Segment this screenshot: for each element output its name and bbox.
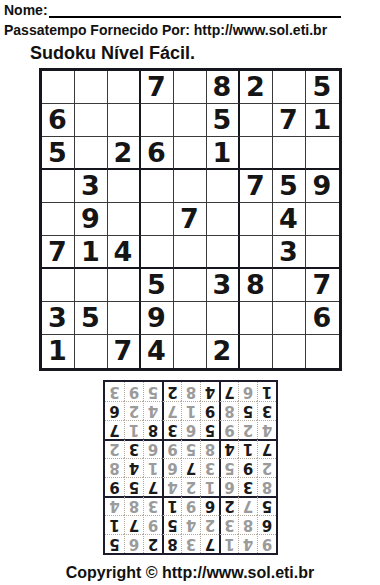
puzzle-cell-r2c5[interactable]: [174, 104, 207, 137]
solution-cell-r5c1: 2: [257, 458, 276, 477]
solution-cell-r9c1: 1: [257, 382, 276, 401]
puzzle-cell-r5c6[interactable]: [207, 203, 240, 236]
puzzle-cell-r9c7[interactable]: [240, 335, 273, 368]
solution-cell-r7c7: 8: [143, 420, 162, 439]
solution-cell-r4c7: 7: [143, 477, 162, 496]
puzzle-cell-r7c7: 8: [240, 269, 273, 302]
solution-cell-r2c1: 6: [257, 515, 276, 534]
solution-cell-r1c2: 4: [238, 534, 257, 553]
puzzle-cell-r3c1: 5: [42, 137, 75, 170]
solution-cell-r8c8: 2: [124, 401, 143, 420]
solution-cell-r1c3: 1: [219, 534, 238, 553]
name-row: Nome:: [4, 3, 341, 18]
solution-cell-r9c8: 9: [124, 382, 143, 401]
solution-cell-r8c4: 9: [200, 401, 219, 420]
solution-cell-r9c6: 2: [162, 382, 181, 401]
puzzle-cell-r2c3[interactable]: [108, 104, 141, 137]
puzzle-cell-r4c3[interactable]: [108, 170, 141, 203]
puzzle-cell-r2c1: 6: [42, 104, 75, 137]
solution-cell-r7c2: 2: [238, 420, 257, 439]
puzzle-cell-r3c5[interactable]: [174, 137, 207, 170]
puzzle-cell-r6c9[interactable]: [306, 236, 339, 269]
puzzle-cell-r1c7: 2: [240, 71, 273, 104]
solution-cell-r8c3: 8: [219, 401, 238, 420]
puzzle-cell-r5c7[interactable]: [240, 203, 273, 236]
solution-cell-r7c6: 3: [162, 420, 181, 439]
sudoku-puzzle-grid: 78256571526137599747143538735961742: [39, 68, 342, 371]
puzzle-cell-r8c2: 5: [75, 302, 108, 335]
solution-cell-r6c3: 4: [219, 439, 238, 458]
puzzle-cell-r4c9: 9: [306, 170, 339, 203]
solution-cell-r4c9: 9: [105, 477, 124, 496]
puzzle-cell-r3c2[interactable]: [75, 137, 108, 170]
solution-cell-r9c4: 4: [200, 382, 219, 401]
solution-cell-r6c6: 9: [162, 439, 181, 458]
puzzle-cell-r2c8: 7: [273, 104, 306, 137]
puzzle-cell-r5c9[interactable]: [306, 203, 339, 236]
puzzle-cell-r7c2[interactable]: [75, 269, 108, 302]
solution-cell-r3c6: 1: [162, 496, 181, 515]
puzzle-cell-r7c4: 5: [141, 269, 174, 302]
puzzle-cell-r2c2[interactable]: [75, 104, 108, 137]
solution-cell-r5c5: 7: [181, 458, 200, 477]
page-title: Sudoku Nível Fácil.: [30, 43, 376, 64]
puzzle-cell-r1c9: 5: [306, 71, 339, 104]
puzzle-cell-r9c1: 1: [42, 335, 75, 368]
puzzle-cell-r3c9[interactable]: [306, 137, 339, 170]
solution-cell-r3c7: 3: [143, 496, 162, 515]
solution-cell-r3c2: 7: [238, 496, 257, 515]
solution-cell-r4c2: 3: [238, 477, 257, 496]
solution-cell-r9c7: 5: [143, 382, 162, 401]
solution-cell-r5c4: 3: [200, 458, 219, 477]
solution-cell-r5c6: 6: [162, 458, 181, 477]
solution-cell-r1c6: 8: [162, 534, 181, 553]
puzzle-cell-r1c8[interactable]: [273, 71, 306, 104]
solution-cell-r8c1: 3: [257, 401, 276, 420]
puzzle-cell-r1c5[interactable]: [174, 71, 207, 104]
solution-cell-r5c2: 9: [238, 458, 257, 477]
puzzle-cell-r7c6: 3: [207, 269, 240, 302]
solution-cell-r6c1: 7: [257, 439, 276, 458]
puzzle-cell-r8c7[interactable]: [240, 302, 273, 335]
puzzle-cell-r1c4: 7: [141, 71, 174, 104]
solution-cell-r8c2: 5: [238, 401, 257, 420]
puzzle-cell-r8c1: 3: [42, 302, 75, 335]
puzzle-cell-r9c2[interactable]: [75, 335, 108, 368]
solution-cell-r6c9: 2: [105, 439, 124, 458]
puzzle-cell-r7c5[interactable]: [174, 269, 207, 302]
solution-cell-r7c5: 6: [181, 420, 200, 439]
puzzle-cell-r7c9: 7: [306, 269, 339, 302]
puzzle-cell-r5c4[interactable]: [141, 203, 174, 236]
solution-cell-r5c3: 5: [219, 458, 238, 477]
solution-cell-r1c5: 3: [181, 534, 200, 553]
solution-cell-r9c9: 3: [105, 382, 124, 401]
solution-cell-r5c7: 1: [143, 458, 162, 477]
puzzle-cell-r4c7: 7: [240, 170, 273, 203]
puzzle-cell-r2c7[interactable]: [240, 104, 273, 137]
solution-cell-r2c8: 7: [124, 515, 143, 534]
solution-cell-r1c7: 2: [143, 534, 162, 553]
puzzle-cell-r1c1[interactable]: [42, 71, 75, 104]
puzzle-cell-r1c2[interactable]: [75, 71, 108, 104]
solution-cell-r1c4: 7: [200, 534, 219, 553]
puzzle-cell-r9c4: 4: [141, 335, 174, 368]
puzzle-cell-r5c5: 7: [174, 203, 207, 236]
solution-cell-r2c9: 1: [105, 515, 124, 534]
puzzle-cell-r5c1[interactable]: [42, 203, 75, 236]
solution-cell-r3c3: 2: [219, 496, 238, 515]
solution-cell-r8c9: 6: [105, 401, 124, 420]
solution-cell-r2c5: 4: [181, 515, 200, 534]
puzzle-cell-r4c6[interactable]: [207, 170, 240, 203]
name-label: Nome:: [4, 3, 48, 18]
puzzle-cell-r9c8[interactable]: [273, 335, 306, 368]
solution-cell-r2c2: 8: [238, 515, 257, 534]
solution-cell-r2c6: 5: [162, 515, 181, 534]
puzzle-cell-r3c8[interactable]: [273, 137, 306, 170]
solution-cell-r8c6: 7: [162, 401, 181, 420]
solution-cell-r4c3: 6: [219, 477, 238, 496]
solution-cell-r3c9: 4: [105, 496, 124, 515]
puzzle-cell-r5c8: 4: [273, 203, 306, 236]
provider-line: Passatempo Fornecido Por: http://www.sol…: [4, 22, 376, 38]
solution-cell-r9c3: 7: [219, 382, 238, 401]
solution-cell-r7c3: 9: [219, 420, 238, 439]
puzzle-cell-r6c5[interactable]: [174, 236, 207, 269]
puzzle-cell-r7c1[interactable]: [42, 269, 75, 302]
puzzle-cell-r2c4[interactable]: [141, 104, 174, 137]
solution-cell-r1c8: 6: [124, 534, 143, 553]
puzzle-cell-r8c3[interactable]: [108, 302, 141, 335]
puzzle-cell-r2c6: 5: [207, 104, 240, 137]
solution-cell-r5c9: 8: [105, 458, 124, 477]
puzzle-cell-r6c6[interactable]: [207, 236, 240, 269]
solution-cell-r6c5: 5: [181, 439, 200, 458]
puzzle-cell-r7c3[interactable]: [108, 269, 141, 302]
puzzle-cell-r8c8[interactable]: [273, 302, 306, 335]
puzzle-cell-r3c4: 6: [141, 137, 174, 170]
solution-cell-r9c2: 6: [238, 382, 257, 401]
solution-cell-r1c1: 9: [257, 534, 276, 553]
puzzle-cell-r3c3: 2: [108, 137, 141, 170]
sudoku-solution-grid-rotated-180: 9417382656832459715726913848361247592953…: [103, 380, 278, 555]
solution-cell-r5c8: 4: [124, 458, 143, 477]
puzzle-cell-r3c7[interactable]: [240, 137, 273, 170]
puzzle-cell-r9c9[interactable]: [306, 335, 339, 368]
puzzle-cell-r8c9: 6: [306, 302, 339, 335]
solution-cell-r3c1: 5: [257, 496, 276, 515]
solution-cell-r3c4: 6: [200, 496, 219, 515]
puzzle-cell-r4c4[interactable]: [141, 170, 174, 203]
puzzle-cell-r4c8: 5: [273, 170, 306, 203]
solution-cell-r2c7: 9: [143, 515, 162, 534]
solution-cell-r6c8: 3: [124, 439, 143, 458]
solution-cell-r3c5: 9: [181, 496, 200, 515]
solution-cell-r4c8: 5: [124, 477, 143, 496]
puzzle-cell-r8c6[interactable]: [207, 302, 240, 335]
puzzle-cell-r6c3: 4: [108, 236, 141, 269]
puzzle-cell-r6c2: 1: [75, 236, 108, 269]
solution-cell-r3c8: 8: [124, 496, 143, 515]
puzzle-cell-r6c1: 7: [42, 236, 75, 269]
puzzle-cell-r8c5[interactable]: [174, 302, 207, 335]
solution-cell-r6c2: 1: [238, 439, 257, 458]
puzzle-cell-r4c2: 3: [75, 170, 108, 203]
puzzle-cell-r4c1[interactable]: [42, 170, 75, 203]
puzzle-cell-r9c5[interactable]: [174, 335, 207, 368]
solution-cell-r7c8: 1: [124, 420, 143, 439]
puzzle-cell-r1c3[interactable]: [108, 71, 141, 104]
solution-cell-r7c4: 5: [200, 420, 219, 439]
solution-cell-r4c1: 8: [257, 477, 276, 496]
solution-area: 9417382656832459715726913848361247592953…: [4, 380, 376, 555]
solution-cell-r8c7: 4: [143, 401, 162, 420]
puzzle-cell-r3c6: 1: [207, 137, 240, 170]
solution-cell-r1c9: 5: [105, 534, 124, 553]
puzzle-cell-r1c6: 8: [207, 71, 240, 104]
puzzle-cell-r5c2: 9: [75, 203, 108, 236]
solution-cell-r4c5: 2: [181, 477, 200, 496]
puzzle-cell-r6c8: 3: [273, 236, 306, 269]
puzzle-cell-r9c6: 2: [207, 335, 240, 368]
solution-cell-r2c4: 2: [200, 515, 219, 534]
solution-cell-r8c5: 1: [181, 401, 200, 420]
solution-cell-r6c7: 6: [143, 439, 162, 458]
puzzle-cell-r6c4[interactable]: [141, 236, 174, 269]
solution-cell-r2c3: 3: [219, 515, 238, 534]
solution-cell-r9c5: 8: [181, 382, 200, 401]
solution-cell-r6c4: 8: [200, 439, 219, 458]
puzzle-cell-r8c4: 9: [141, 302, 174, 335]
solution-cell-r4c6: 4: [162, 477, 181, 496]
solution-cell-r7c1: 4: [257, 420, 276, 439]
solution-cell-r7c9: 7: [105, 420, 124, 439]
puzzle-cell-r4c5[interactable]: [174, 170, 207, 203]
worksheet-page: Nome: Passatempo Fornecido Por: http://w…: [0, 0, 380, 585]
name-blank-line[interactable]: [49, 4, 341, 18]
puzzle-cell-r6c7[interactable]: [240, 236, 273, 269]
puzzle-cell-r5c3[interactable]: [108, 203, 141, 236]
copyright-line: Copyright © http://www.sol.eti.br: [4, 564, 376, 582]
solution-cell-r4c4: 1: [200, 477, 219, 496]
puzzle-cell-r9c3: 7: [108, 335, 141, 368]
puzzle-cell-r7c8[interactable]: [273, 269, 306, 302]
puzzle-cell-r2c9: 1: [306, 104, 339, 137]
